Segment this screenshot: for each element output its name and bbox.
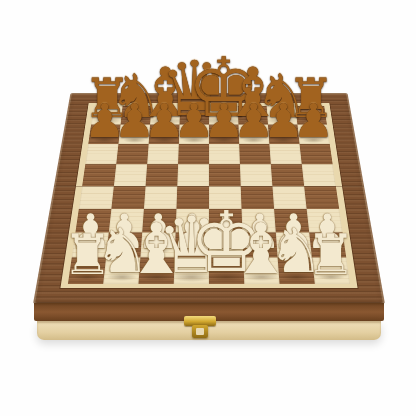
piece-black-pawn-h7[interactable]: ♟ bbox=[290, 98, 337, 145]
chess-set-photo: ♜♞♝♛♚♝♞♜♟♟♟♟♟♟♟♟♟♟♟♟♟♟♟♟♜♞♝♛♚♝♞♜ bbox=[0, 0, 416, 416]
pieces-layer: ♜♞♝♛♚♝♞♜♟♟♟♟♟♟♟♟♟♟♟♟♟♟♟♟♜♞♝♛♚♝♞♜ bbox=[0, 0, 416, 416]
piece-white-rook-h1[interactable]: ♜ bbox=[303, 227, 359, 283]
